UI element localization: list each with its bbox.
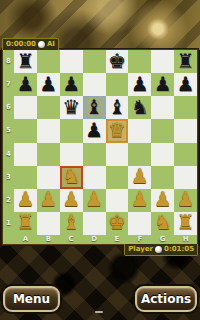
- black-queen-c6: ♛: [62, 97, 80, 117]
- square-h7[interactable]: ♟: [174, 73, 197, 96]
- square-a4[interactable]: [14, 143, 37, 166]
- square-a2[interactable]: ♟: [14, 189, 37, 212]
- black-bishop-d6: ♝: [85, 97, 103, 117]
- black-pawn-b7: ♟: [39, 74, 57, 94]
- square-d6[interactable]: ♝: [83, 96, 106, 119]
- square-f2[interactable]: ♟: [128, 189, 151, 212]
- rank-label-3: 3: [3, 166, 14, 189]
- white-king-e1: ♚: [108, 212, 126, 232]
- black-pawn-c7: ♟: [62, 74, 80, 94]
- ai-label: AI: [47, 41, 55, 48]
- black-pawn-d5: ♟: [85, 120, 103, 140]
- square-b6[interactable]: [37, 96, 60, 119]
- square-g3[interactable]: [151, 166, 174, 189]
- square-a5[interactable]: [14, 119, 37, 142]
- square-c7[interactable]: ♟: [60, 73, 83, 96]
- square-d2[interactable]: ♟: [83, 189, 106, 212]
- rank-label-6: 6: [3, 96, 14, 119]
- square-c6[interactable]: ♛: [60, 96, 83, 119]
- square-e5[interactable]: ♛: [106, 119, 129, 142]
- square-f3[interactable]: ♟: [128, 166, 151, 189]
- square-b1[interactable]: [37, 212, 60, 235]
- rank-label-7: 7: [3, 73, 14, 96]
- square-b2[interactable]: ♟: [37, 189, 60, 212]
- white-ball-icon: [155, 246, 162, 253]
- player-label: Player: [128, 246, 153, 253]
- square-f4[interactable]: [128, 143, 151, 166]
- square-c3[interactable]: ♞: [60, 166, 83, 189]
- file-label-D: D: [83, 235, 106, 244]
- square-h8[interactable]: ♜: [174, 50, 197, 73]
- square-g4[interactable]: [151, 143, 174, 166]
- square-g5[interactable]: [151, 119, 174, 142]
- actions-button[interactable]: Actions: [135, 286, 197, 312]
- file-label-F: F: [128, 235, 151, 244]
- white-rook-h1: ♜: [177, 212, 195, 232]
- black-rook-a8: ♜: [16, 51, 34, 71]
- menu-button[interactable]: Menu: [3, 286, 60, 312]
- square-a1[interactable]: ♜: [14, 212, 37, 235]
- rank-label-4: 4: [3, 143, 14, 166]
- square-a3[interactable]: [14, 166, 37, 189]
- square-d4[interactable]: [83, 143, 106, 166]
- square-h5[interactable]: [174, 119, 197, 142]
- chess-app: 0:00:00 AI 8♜♚♜7♟♟♟♟♟♟6♛♝♝♞5♟♛43♞♟2♟♟♟♟♟…: [0, 0, 200, 320]
- player-clock: 0:01:05: [164, 246, 194, 253]
- white-pawn-g2: ♟: [154, 189, 172, 209]
- file-label-G: G: [151, 235, 174, 244]
- rank-label-1: 1: [3, 212, 14, 235]
- square-h1[interactable]: ♜: [174, 212, 197, 235]
- square-f1[interactable]: [128, 212, 151, 235]
- square-f8[interactable]: [128, 50, 151, 73]
- square-h4[interactable]: [174, 143, 197, 166]
- square-e6[interactable]: ♝: [106, 96, 129, 119]
- white-bishop-c1: ♝: [62, 212, 80, 232]
- white-pawn-b2: ♟: [39, 189, 57, 209]
- square-b3[interactable]: [37, 166, 60, 189]
- square-g6[interactable]: [151, 96, 174, 119]
- rank-label-2: 2: [3, 189, 14, 212]
- file-label-H: H: [174, 235, 197, 244]
- black-king-e8: ♚: [108, 51, 126, 71]
- square-f6[interactable]: ♞: [128, 96, 151, 119]
- square-c8[interactable]: [60, 50, 83, 73]
- white-knight-c3: ♞: [62, 166, 80, 186]
- white-pawn-a2: ♟: [16, 189, 34, 209]
- square-b8[interactable]: [37, 50, 60, 73]
- square-f5[interactable]: [128, 119, 151, 142]
- chess-board[interactable]: 8♜♚♜7♟♟♟♟♟♟6♛♝♝♞5♟♛43♞♟2♟♟♟♟♟♟♟1♜♝♚♞♜ABC…: [2, 49, 198, 245]
- file-label-E: E: [106, 235, 129, 244]
- square-e3[interactable]: [106, 166, 129, 189]
- square-e4[interactable]: [106, 143, 129, 166]
- white-pawn-h2: ♟: [177, 189, 195, 209]
- black-rook-h8: ♜: [177, 51, 195, 71]
- square-c5[interactable]: [60, 119, 83, 142]
- file-label-A: A: [14, 235, 37, 244]
- home-indicator: [95, 311, 103, 313]
- rank-label-8: 8: [3, 50, 14, 73]
- square-g2[interactable]: ♟: [151, 189, 174, 212]
- square-d3[interactable]: [83, 166, 106, 189]
- black-pawn-h7: ♟: [177, 74, 195, 94]
- black-knight-f6: ♞: [131, 97, 149, 117]
- board-corner: [3, 235, 14, 244]
- ai-status-bar: 0:00:00 AI: [2, 38, 59, 50]
- white-pawn-f2: ♟: [131, 189, 149, 209]
- square-b7[interactable]: ♟: [37, 73, 60, 96]
- square-h3[interactable]: [174, 166, 197, 189]
- square-d8[interactable]: [83, 50, 106, 73]
- square-a7[interactable]: ♟: [14, 73, 37, 96]
- square-c1[interactable]: ♝: [60, 212, 83, 235]
- square-c2[interactable]: ♟: [60, 189, 83, 212]
- square-e8[interactable]: ♚: [106, 50, 129, 73]
- square-b4[interactable]: [37, 143, 60, 166]
- file-label-B: B: [37, 235, 60, 244]
- square-g8[interactable]: [151, 50, 174, 73]
- square-d5[interactable]: ♟: [83, 119, 106, 142]
- square-a6[interactable]: [14, 96, 37, 119]
- square-e2[interactable]: [106, 189, 129, 212]
- black-bishop-e6: ♝: [108, 97, 126, 117]
- square-h6[interactable]: [174, 96, 197, 119]
- square-a8[interactable]: ♜: [14, 50, 37, 73]
- square-d1[interactable]: [83, 212, 106, 235]
- white-knight-g1: ♞: [154, 212, 172, 232]
- square-c4[interactable]: [60, 143, 83, 166]
- square-g7[interactable]: ♟: [151, 73, 174, 96]
- square-g1[interactable]: ♞: [151, 212, 174, 235]
- white-pawn-f3: ♟: [131, 166, 149, 186]
- square-e7[interactable]: [106, 73, 129, 96]
- square-b5[interactable]: [37, 119, 60, 142]
- square-e1[interactable]: ♚: [106, 212, 129, 235]
- square-d7[interactable]: [83, 73, 106, 96]
- black-pawn-a7: ♟: [16, 74, 34, 94]
- white-pawn-c2: ♟: [62, 189, 80, 209]
- white-ball-icon: [38, 41, 45, 48]
- white-rook-a1: ♜: [16, 212, 34, 232]
- square-h2[interactable]: ♟: [174, 189, 197, 212]
- player-status-bar: Player 0:01:05: [124, 244, 198, 256]
- white-pawn-d2: ♟: [85, 189, 103, 209]
- rank-label-5: 5: [3, 119, 14, 142]
- black-pawn-g7: ♟: [154, 74, 172, 94]
- file-label-C: C: [60, 235, 83, 244]
- ai-clock: 0:00:00: [6, 41, 36, 48]
- black-pawn-f7: ♟: [131, 74, 149, 94]
- white-queen-e5: ♛: [108, 120, 126, 140]
- square-f7[interactable]: ♟: [128, 73, 151, 96]
